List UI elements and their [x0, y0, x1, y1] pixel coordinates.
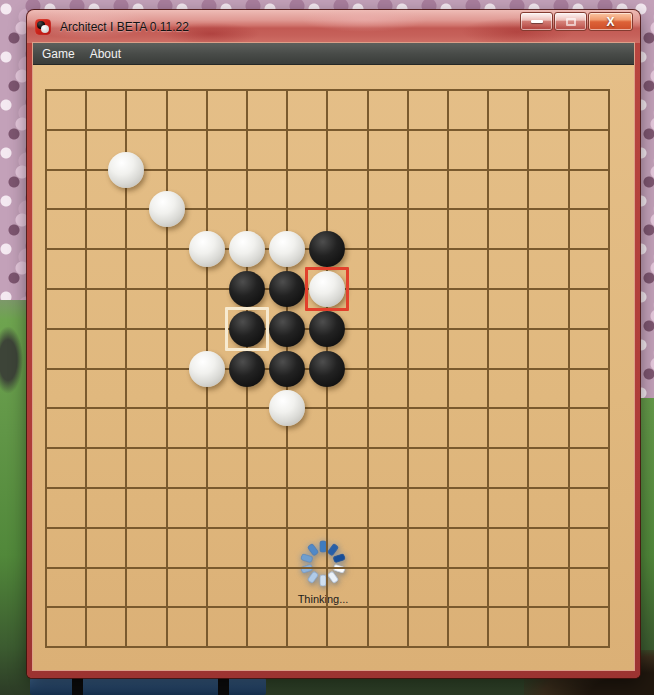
grid-line-horizontal: [45, 567, 610, 569]
grid-line-horizontal: [45, 646, 610, 648]
stone-white: [269, 231, 305, 267]
stone-white: [229, 231, 265, 267]
grid-line-horizontal: [45, 606, 610, 608]
stone-white: [269, 390, 305, 426]
grid-line-horizontal: [45, 447, 610, 449]
grid-line-vertical: [407, 89, 409, 648]
maximize-button[interactable]: [554, 12, 587, 31]
stone-white: [189, 231, 225, 267]
stone-black: [269, 311, 305, 347]
stone-white: [108, 152, 144, 188]
spinner-segment: [327, 570, 340, 584]
grid-line-vertical: [568, 89, 570, 648]
status-label: Thinking...: [266, 593, 380, 605]
stone-black: [269, 271, 305, 307]
window-title: Architect I BETA 0.11.22: [60, 20, 189, 34]
grid-line-horizontal: [45, 407, 610, 409]
stone-black: [309, 311, 345, 347]
spinner-segment: [307, 570, 320, 584]
grid-line-vertical: [608, 89, 610, 648]
app-icon[interactable]: [35, 19, 51, 35]
white-stone-icon: [41, 25, 49, 33]
stone-black: [229, 351, 265, 387]
stone-black: [309, 351, 345, 387]
move-highlight-box: [225, 307, 269, 351]
spinner-segment: [332, 553, 346, 563]
grid-line-vertical: [447, 89, 449, 648]
menu-about[interactable]: About: [90, 47, 121, 61]
gomoku-board[interactable]: Thinking...: [33, 65, 634, 670]
close-icon: X: [606, 16, 614, 28]
park-bench: [30, 678, 266, 695]
grid-line-vertical: [367, 89, 369, 648]
grid-line-vertical: [527, 89, 529, 648]
blossom-strip-left: [0, 0, 28, 300]
grid-line-horizontal: [45, 527, 610, 529]
app-window: Architect I BETA 0.11.22 X Game About Th…: [27, 10, 640, 678]
menu-bar: Game About: [33, 43, 634, 65]
window-frame: Game About Thinking...: [27, 43, 640, 678]
minimize-icon: [531, 20, 543, 23]
stone-black: [269, 351, 305, 387]
minimize-button[interactable]: [520, 12, 553, 31]
bench-leg: [218, 676, 229, 695]
maximize-icon: [566, 18, 576, 26]
grid-line-horizontal: [45, 487, 610, 489]
stone-white: [149, 191, 185, 227]
stone-white: [189, 351, 225, 387]
engine-status: Thinking...: [266, 536, 380, 605]
stone-black: [309, 231, 345, 267]
window-controls: X: [520, 12, 633, 31]
grid-line-vertical: [487, 89, 489, 648]
menu-game[interactable]: Game: [42, 47, 75, 61]
stone-black: [229, 271, 265, 307]
thinking-spinner-icon: [295, 536, 351, 592]
move-highlight-box: [305, 267, 349, 311]
bench-leg: [72, 676, 83, 695]
close-button[interactable]: X: [588, 12, 633, 31]
title-bar[interactable]: Architect I BETA 0.11.22 X: [27, 10, 640, 43]
